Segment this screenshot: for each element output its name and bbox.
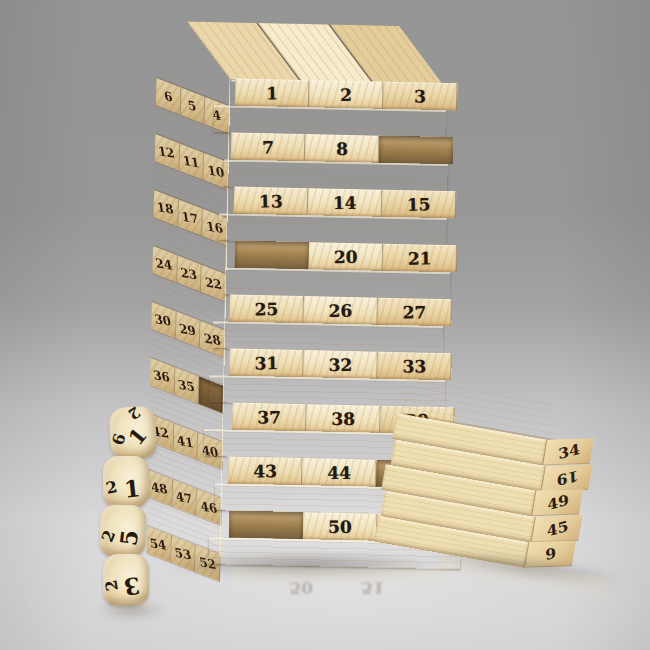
tower-block-43: 43 [228,457,303,486]
block-number: 8 [336,138,348,158]
block-number: 12 [157,143,176,161]
block-number: 31 [255,353,279,373]
tower-block-20: 20 [309,242,384,271]
stack-block-end-34: 34 [542,438,595,465]
block-number: 2 [340,84,352,104]
removed-blocks-stack: 341949459 [374,372,613,578]
tower-block-27: 27 [377,298,452,327]
block-number: 18 [156,199,175,217]
stack-block-end-45: 45 [530,515,583,542]
block-number: 34 [557,440,580,463]
block-number: 26 [329,300,353,320]
tower-block-2: 2 [309,80,384,109]
block-number: 30 [154,311,173,329]
die-1: 261 [109,406,158,460]
tower-block-1: 1 [235,79,310,108]
block-number: 5 [187,97,198,113]
block-number: 10 [206,162,225,180]
block-number: 17 [181,209,200,227]
block-number: 38 [331,408,355,428]
block-number: 29 [178,321,197,339]
tower-top-face [187,22,442,84]
block-number: 37 [257,407,281,427]
die-4-left-face-number: 2 [101,578,122,592]
block-number: 36 [153,367,172,385]
tower-block-38: 38 [306,404,381,433]
block-number: 13 [259,191,283,211]
die-3: 25 [99,504,147,558]
block-number: 23 [180,265,199,283]
block-number: 45 [546,517,569,540]
die-4: 23 [103,554,149,606]
tower-block-25: 25 [229,295,304,324]
tower-block-44: 44 [302,458,377,487]
block-number: 43 [253,461,277,481]
dice-reflection [112,600,154,622]
block-number: 20 [334,246,358,266]
tower-block-3: 3 [383,82,458,111]
product-photo-scene: 6541211101817162423223029283635424140484… [0,0,650,650]
block-number: 35 [177,377,196,395]
block-number: 19 [556,466,578,488]
tower-missing-block-slot [379,136,454,165]
tower-block-50: 50 [303,512,378,541]
block-number: 11 [182,153,201,171]
block-number: 1 [266,83,278,103]
block-number: 32 [329,354,353,374]
die-2-left-face-number: 2 [104,477,119,498]
dice-column: 261212523 [100,410,146,606]
die-4-front-face-number: 3 [122,572,142,601]
tower-block-32: 32 [303,350,378,379]
block-number: 14 [333,192,357,212]
block-number: 49 [546,491,569,514]
tower-missing-block-slot [235,241,310,270]
tower-block-15: 15 [382,190,457,219]
tower-block-37: 37 [232,403,307,432]
block-number: 3 [414,86,426,106]
block-number: 21 [408,248,432,268]
tower-base-reflection: 5051 [232,568,442,598]
tower-block-14: 14 [308,188,383,217]
block-number: 24 [155,255,174,273]
block-number: 6 [163,88,174,104]
tower-block-31: 31 [229,349,304,378]
block-number: 15 [407,194,431,214]
die-1-top-face-number: 2 [125,403,144,424]
block-number: 47 [175,489,194,507]
block-number: 25 [255,299,279,319]
block-number: 27 [403,302,427,322]
block-number: 44 [327,462,351,482]
stack-block-end-19: 19 [540,464,593,491]
die-1-front-face-number: 1 [124,422,153,449]
block-number: 50 [328,516,352,536]
tower-block-7: 7 [231,133,306,162]
reflected-number: 51 [361,578,385,598]
reflected-number: 50 [289,578,313,598]
stack-block-end-49: 49 [531,489,584,516]
block-number: 54 [149,535,168,553]
tower-block-21: 21 [383,244,458,273]
block-number: 41 [176,433,195,451]
tower-block-26: 26 [303,296,378,325]
block-number: 22 [204,274,223,292]
die-3-front-face-number: 5 [114,528,143,547]
tower-missing-block-slot [229,511,304,540]
tower-block-8: 8 [305,134,380,163]
block-number: 7 [262,137,274,157]
block-number: 48 [150,479,169,497]
tower-block-13: 13 [234,187,309,216]
die-2-front-face-number: 1 [123,474,142,503]
die-2: 21 [103,456,149,508]
